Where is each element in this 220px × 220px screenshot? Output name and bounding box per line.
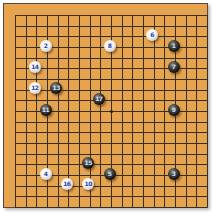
stone-black-9[interactable]: 9	[168, 104, 180, 116]
stone-number-label: 3	[172, 170, 176, 176]
hoshi-point	[110, 110, 113, 113]
stone-black-7[interactable]: 7	[168, 61, 180, 73]
stone-black-17[interactable]: 17	[93, 93, 105, 105]
grid-line-vertical	[196, 15, 197, 207]
stone-white-4[interactable]: 4	[40, 168, 52, 180]
stone-number-label: 10	[84, 181, 91, 187]
stone-black-1[interactable]: 1	[168, 40, 180, 52]
stone-number-label: 8	[108, 42, 112, 48]
stone-number-label: 4	[44, 170, 48, 176]
stone-number-label: 13	[52, 85, 59, 91]
stone-number-label: 14	[31, 64, 38, 70]
stone-number-label: 11	[42, 106, 49, 112]
grid-line-vertical	[122, 15, 123, 207]
grid-line-horizontal	[15, 207, 207, 208]
grid-line-horizontal	[15, 186, 207, 187]
stone-number-label: 7	[172, 64, 176, 70]
stone-white-6[interactable]: 6	[146, 29, 158, 41]
stone-number-label: 5	[108, 170, 112, 176]
stone-white-8[interactable]: 8	[104, 40, 116, 52]
grid-line-vertical	[164, 15, 165, 207]
stone-white-16[interactable]: 16	[61, 178, 73, 190]
grid-line-vertical	[154, 15, 155, 207]
grid-line-vertical	[207, 15, 208, 207]
grid-line-horizontal	[15, 122, 207, 123]
screenshot-root: 1234567891011121314151617	[0, 0, 220, 220]
grid-line-horizontal	[15, 143, 207, 144]
stone-number-label: 6	[150, 32, 154, 38]
grid-line-horizontal	[15, 154, 207, 155]
stone-number-label: 2	[44, 42, 48, 48]
stone-white-14[interactable]: 14	[29, 61, 41, 73]
stone-number-label: 12	[31, 85, 38, 91]
stone-number-label: 17	[95, 96, 102, 102]
stone-black-3[interactable]: 3	[168, 168, 180, 180]
stone-black-11[interactable]: 11	[40, 104, 52, 116]
stone-black-13[interactable]: 13	[50, 82, 62, 94]
stone-number-label: 15	[84, 160, 91, 166]
stone-black-15[interactable]: 15	[82, 157, 94, 169]
grid-line-vertical	[132, 15, 133, 207]
stone-number-label: 9	[172, 106, 176, 112]
stone-number-label: 16	[63, 181, 70, 187]
grid-line-horizontal	[15, 132, 207, 133]
stone-number-label: 1	[172, 42, 176, 48]
stone-black-5[interactable]: 5	[104, 168, 116, 180]
stone-white-2[interactable]: 2	[40, 40, 52, 52]
grid-line-vertical	[143, 15, 144, 207]
grid-line-horizontal	[15, 164, 207, 165]
go-board[interactable]: 1234567891011121314151617	[3, 3, 208, 208]
stone-white-12[interactable]: 12	[29, 82, 41, 94]
grid-line-horizontal	[15, 196, 207, 197]
stone-white-10[interactable]: 10	[82, 178, 94, 190]
grid-line-vertical	[186, 15, 187, 207]
